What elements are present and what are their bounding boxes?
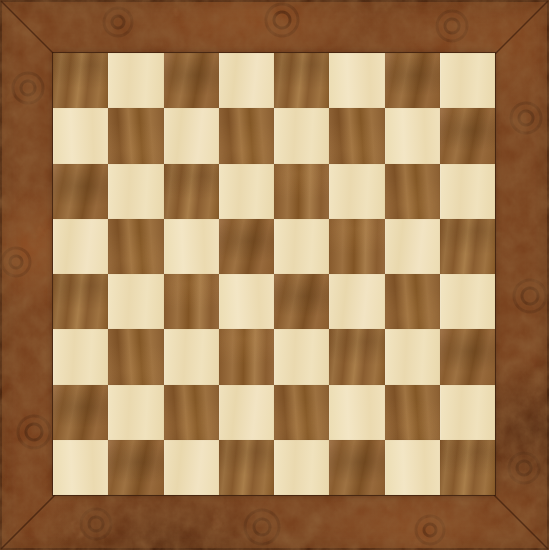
square-b7[interactable] bbox=[108, 108, 163, 163]
square-d1[interactable] bbox=[219, 440, 274, 495]
square-a2[interactable] bbox=[53, 385, 108, 440]
square-a6[interactable] bbox=[53, 164, 108, 219]
square-c6[interactable] bbox=[164, 164, 219, 219]
square-g2[interactable] bbox=[385, 385, 440, 440]
square-b1[interactable] bbox=[108, 440, 163, 495]
square-c4[interactable] bbox=[164, 274, 219, 329]
square-g1[interactable] bbox=[385, 440, 440, 495]
square-f8[interactable] bbox=[329, 53, 384, 108]
square-b8[interactable] bbox=[108, 53, 163, 108]
square-h7[interactable] bbox=[440, 108, 495, 163]
square-a7[interactable] bbox=[53, 108, 108, 163]
square-h8[interactable] bbox=[440, 53, 495, 108]
square-a5[interactable] bbox=[53, 219, 108, 274]
square-e3[interactable] bbox=[274, 329, 329, 384]
square-c2[interactable] bbox=[164, 385, 219, 440]
square-a3[interactable] bbox=[53, 329, 108, 384]
square-d6[interactable] bbox=[219, 164, 274, 219]
square-e7[interactable] bbox=[274, 108, 329, 163]
square-d8[interactable] bbox=[219, 53, 274, 108]
square-g5[interactable] bbox=[385, 219, 440, 274]
square-a8[interactable] bbox=[53, 53, 108, 108]
square-h5[interactable] bbox=[440, 219, 495, 274]
wooden-chessboard bbox=[0, 0, 549, 550]
square-h3[interactable] bbox=[440, 329, 495, 384]
square-b5[interactable] bbox=[108, 219, 163, 274]
square-g7[interactable] bbox=[385, 108, 440, 163]
square-a4[interactable] bbox=[53, 274, 108, 329]
square-b2[interactable] bbox=[108, 385, 163, 440]
square-f5[interactable] bbox=[329, 219, 384, 274]
square-c5[interactable] bbox=[164, 219, 219, 274]
square-b6[interactable] bbox=[108, 164, 163, 219]
square-e1[interactable] bbox=[274, 440, 329, 495]
square-f6[interactable] bbox=[329, 164, 384, 219]
square-d2[interactable] bbox=[219, 385, 274, 440]
square-d7[interactable] bbox=[219, 108, 274, 163]
chess-board bbox=[53, 53, 495, 495]
square-c7[interactable] bbox=[164, 108, 219, 163]
square-c8[interactable] bbox=[164, 53, 219, 108]
square-e6[interactable] bbox=[274, 164, 329, 219]
square-g8[interactable] bbox=[385, 53, 440, 108]
square-h4[interactable] bbox=[440, 274, 495, 329]
square-h2[interactable] bbox=[440, 385, 495, 440]
square-f7[interactable] bbox=[329, 108, 384, 163]
square-d5[interactable] bbox=[219, 219, 274, 274]
square-f2[interactable] bbox=[329, 385, 384, 440]
square-g4[interactable] bbox=[385, 274, 440, 329]
square-d3[interactable] bbox=[219, 329, 274, 384]
square-e4[interactable] bbox=[274, 274, 329, 329]
square-e2[interactable] bbox=[274, 385, 329, 440]
square-h6[interactable] bbox=[440, 164, 495, 219]
square-g3[interactable] bbox=[385, 329, 440, 384]
square-c3[interactable] bbox=[164, 329, 219, 384]
square-f1[interactable] bbox=[329, 440, 384, 495]
square-a1[interactable] bbox=[53, 440, 108, 495]
square-b3[interactable] bbox=[108, 329, 163, 384]
square-f3[interactable] bbox=[329, 329, 384, 384]
square-d4[interactable] bbox=[219, 274, 274, 329]
square-g6[interactable] bbox=[385, 164, 440, 219]
square-e5[interactable] bbox=[274, 219, 329, 274]
square-e8[interactable] bbox=[274, 53, 329, 108]
square-h1[interactable] bbox=[440, 440, 495, 495]
square-c1[interactable] bbox=[164, 440, 219, 495]
square-b4[interactable] bbox=[108, 274, 163, 329]
square-f4[interactable] bbox=[329, 274, 384, 329]
